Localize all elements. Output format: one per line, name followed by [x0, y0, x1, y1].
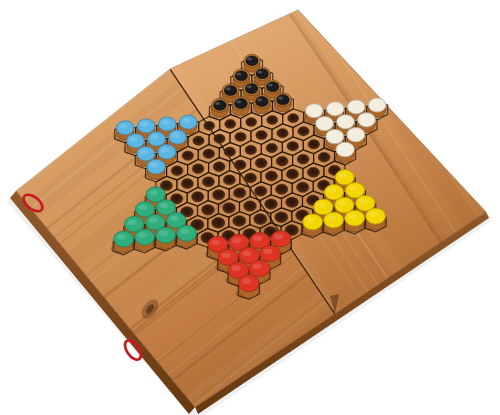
product-photo: chinese-checkers	[0, 0, 500, 415]
chinese-checkers-board: chinese-checkers	[0, 0, 500, 415]
